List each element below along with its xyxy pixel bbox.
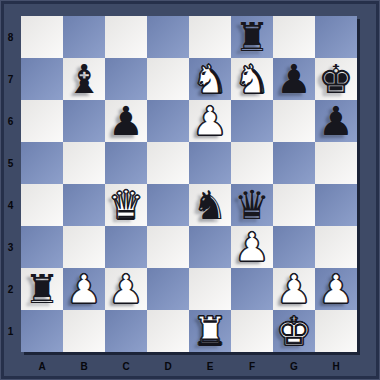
rank-label-3: 3 bbox=[0, 226, 21, 268]
file-label-f: F bbox=[231, 352, 273, 380]
piece-white-knight: ♞ bbox=[192, 59, 228, 99]
file-label-c: C bbox=[105, 352, 147, 380]
square-c4[interactable]: ♛ bbox=[105, 184, 147, 226]
square-e7[interactable]: ♞ bbox=[189, 58, 231, 100]
file-label-e: E bbox=[189, 352, 231, 380]
square-f8[interactable]: ♜ bbox=[231, 16, 273, 58]
square-e6[interactable]: ♟ bbox=[189, 100, 231, 142]
square-a2[interactable]: ♜ bbox=[21, 268, 63, 310]
square-e1[interactable]: ♜ bbox=[189, 310, 231, 352]
piece-white-pawn: ♟ bbox=[66, 269, 102, 309]
square-e5[interactable] bbox=[189, 142, 231, 184]
rank-label-7: 7 bbox=[0, 58, 21, 100]
square-b4[interactable] bbox=[63, 184, 105, 226]
square-d5[interactable] bbox=[147, 142, 189, 184]
piece-white-pawn: ♟ bbox=[234, 227, 270, 267]
rank-label-8: 8 bbox=[0, 16, 21, 58]
square-d7[interactable] bbox=[147, 58, 189, 100]
square-g2[interactable]: ♟ bbox=[273, 268, 315, 310]
piece-black-king: ♚ bbox=[318, 59, 354, 99]
square-g5[interactable] bbox=[273, 142, 315, 184]
rank-label-5: 5 bbox=[0, 142, 21, 184]
square-a1[interactable] bbox=[21, 310, 63, 352]
rank-labels: 87654321 bbox=[0, 16, 21, 352]
square-c8[interactable] bbox=[105, 16, 147, 58]
piece-white-knight: ♞ bbox=[234, 59, 270, 99]
square-b6[interactable] bbox=[63, 100, 105, 142]
square-a4[interactable] bbox=[21, 184, 63, 226]
piece-black-bishop: ♝ bbox=[66, 59, 102, 99]
square-b1[interactable] bbox=[63, 310, 105, 352]
square-b8[interactable] bbox=[63, 16, 105, 58]
square-c5[interactable] bbox=[105, 142, 147, 184]
square-c1[interactable] bbox=[105, 310, 147, 352]
square-g8[interactable] bbox=[273, 16, 315, 58]
square-h2[interactable]: ♟ bbox=[315, 268, 357, 310]
square-g6[interactable] bbox=[273, 100, 315, 142]
square-g3[interactable] bbox=[273, 226, 315, 268]
square-a3[interactable] bbox=[21, 226, 63, 268]
square-g4[interactable] bbox=[273, 184, 315, 226]
square-h7[interactable]: ♚ bbox=[315, 58, 357, 100]
square-d8[interactable] bbox=[147, 16, 189, 58]
piece-black-queen: ♛ bbox=[234, 185, 270, 225]
piece-white-pawn: ♟ bbox=[108, 269, 144, 309]
rank-label-2: 2 bbox=[0, 268, 21, 310]
square-d4[interactable] bbox=[147, 184, 189, 226]
piece-black-knight: ♞ bbox=[192, 185, 228, 225]
chess-board: ♜♝♞♞♟♚♟♟♟♛♞♛♟♜♟♟♟♟♜♚ bbox=[21, 16, 357, 352]
square-c2[interactable]: ♟ bbox=[105, 268, 147, 310]
square-d3[interactable] bbox=[147, 226, 189, 268]
square-e8[interactable] bbox=[189, 16, 231, 58]
square-e3[interactable] bbox=[189, 226, 231, 268]
square-c3[interactable] bbox=[105, 226, 147, 268]
file-label-g: G bbox=[273, 352, 315, 380]
square-a6[interactable] bbox=[21, 100, 63, 142]
square-d6[interactable] bbox=[147, 100, 189, 142]
square-h8[interactable] bbox=[315, 16, 357, 58]
square-d1[interactable] bbox=[147, 310, 189, 352]
file-label-b: B bbox=[63, 352, 105, 380]
square-b2[interactable]: ♟ bbox=[63, 268, 105, 310]
square-h6[interactable]: ♟ bbox=[315, 100, 357, 142]
square-c7[interactable] bbox=[105, 58, 147, 100]
square-b7[interactable]: ♝ bbox=[63, 58, 105, 100]
square-h5[interactable] bbox=[315, 142, 357, 184]
piece-black-pawn: ♟ bbox=[276, 59, 312, 99]
piece-white-pawn: ♟ bbox=[276, 269, 312, 309]
square-h4[interactable] bbox=[315, 184, 357, 226]
chess-diagram: 87654321 ♜♝♞♞♟♚♟♟♟♛♞♛♟♜♟♟♟♟♜♚ ABCDEFGH bbox=[0, 0, 380, 380]
square-f5[interactable] bbox=[231, 142, 273, 184]
rank-label-6: 6 bbox=[0, 100, 21, 142]
piece-black-pawn: ♟ bbox=[318, 101, 354, 141]
file-labels: ABCDEFGH bbox=[21, 352, 357, 380]
square-e4[interactable]: ♞ bbox=[189, 184, 231, 226]
rank-label-1: 1 bbox=[0, 310, 21, 352]
piece-black-rook: ♜ bbox=[24, 269, 60, 309]
square-f7[interactable]: ♞ bbox=[231, 58, 273, 100]
rank-label-4: 4 bbox=[0, 184, 21, 226]
square-g7[interactable]: ♟ bbox=[273, 58, 315, 100]
file-label-h: H bbox=[315, 352, 357, 380]
square-b3[interactable] bbox=[63, 226, 105, 268]
piece-white-pawn: ♟ bbox=[318, 269, 354, 309]
square-e2[interactable] bbox=[189, 268, 231, 310]
square-h3[interactable] bbox=[315, 226, 357, 268]
square-f3[interactable]: ♟ bbox=[231, 226, 273, 268]
square-d2[interactable] bbox=[147, 268, 189, 310]
piece-white-king: ♚ bbox=[276, 311, 312, 351]
square-b5[interactable] bbox=[63, 142, 105, 184]
square-a5[interactable] bbox=[21, 142, 63, 184]
piece-black-rook: ♜ bbox=[234, 17, 270, 57]
square-h1[interactable] bbox=[315, 310, 357, 352]
square-f1[interactable] bbox=[231, 310, 273, 352]
file-label-d: D bbox=[147, 352, 189, 380]
square-f4[interactable]: ♛ bbox=[231, 184, 273, 226]
square-g1[interactable]: ♚ bbox=[273, 310, 315, 352]
piece-white-pawn: ♟ bbox=[192, 101, 228, 141]
piece-white-rook: ♜ bbox=[192, 311, 228, 351]
file-label-a: A bbox=[21, 352, 63, 380]
square-f6[interactable] bbox=[231, 100, 273, 142]
square-a7[interactable] bbox=[21, 58, 63, 100]
square-a8[interactable] bbox=[21, 16, 63, 58]
piece-black-pawn: ♟ bbox=[108, 101, 144, 141]
piece-white-queen: ♛ bbox=[108, 185, 144, 225]
square-f2[interactable] bbox=[231, 268, 273, 310]
square-c6[interactable]: ♟ bbox=[105, 100, 147, 142]
